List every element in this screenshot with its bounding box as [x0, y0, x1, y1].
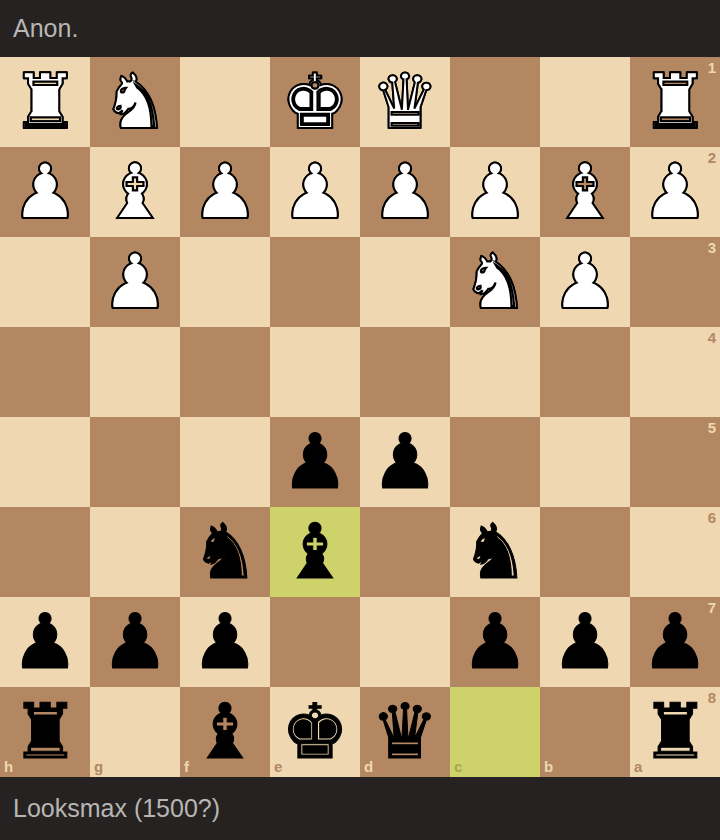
square-c7[interactable]: ♟ [450, 597, 540, 687]
white-pawn[interactable]: ♟ [180, 147, 270, 237]
white-rook[interactable]: ♜ [0, 57, 90, 147]
black-pawn[interactable]: ♟ [270, 417, 360, 507]
white-king[interactable]: ♚ [270, 57, 360, 147]
white-pawn[interactable]: ♟ [450, 147, 540, 237]
square-a8[interactable]: ♜8a [630, 687, 720, 777]
square-c2[interactable]: ♟ [450, 147, 540, 237]
black-king[interactable]: ♚ [270, 687, 360, 777]
white-pawn[interactable]: ♟ [360, 147, 450, 237]
bottom-player-name: Looksmax (1500?) [13, 794, 220, 823]
square-d6[interactable] [360, 507, 450, 597]
square-g3[interactable]: ♟ [90, 237, 180, 327]
square-e6[interactable]: ♝ [270, 507, 360, 597]
rank-label-6: 6 [708, 510, 716, 525]
square-b4[interactable] [540, 327, 630, 417]
square-d2[interactable]: ♟ [360, 147, 450, 237]
rank-label-5: 5 [708, 420, 716, 435]
square-h1[interactable]: ♜ [0, 57, 90, 147]
white-knight[interactable]: ♞ [450, 237, 540, 327]
square-g7[interactable]: ♟ [90, 597, 180, 687]
file-label-c: c [454, 759, 462, 774]
square-a1[interactable]: ♜1 [630, 57, 720, 147]
file-label-g: g [94, 759, 103, 774]
square-g4[interactable] [90, 327, 180, 417]
white-bishop[interactable]: ♝ [90, 147, 180, 237]
square-h2[interactable]: ♟ [0, 147, 90, 237]
black-pawn[interactable]: ♟ [630, 597, 720, 687]
black-queen[interactable]: ♛ [360, 687, 450, 777]
black-pawn[interactable]: ♟ [180, 597, 270, 687]
black-pawn[interactable]: ♟ [540, 597, 630, 687]
square-h3[interactable] [0, 237, 90, 327]
square-a6[interactable]: 6 [630, 507, 720, 597]
square-h6[interactable] [0, 507, 90, 597]
square-h5[interactable] [0, 417, 90, 507]
square-f5[interactable] [180, 417, 270, 507]
square-c8[interactable]: c [450, 687, 540, 777]
app: Anon. ♜♞♚♛♜1♟♝♟♟♟♟♝♟2♟♞♟34♟♟5♞♝♞6♟♟♟♟♟♟7… [0, 0, 720, 840]
white-bishop[interactable]: ♝ [540, 147, 630, 237]
square-g2[interactable]: ♝ [90, 147, 180, 237]
square-b1[interactable] [540, 57, 630, 147]
square-c6[interactable]: ♞ [450, 507, 540, 597]
square-g5[interactable] [90, 417, 180, 507]
square-a7[interactable]: ♟7 [630, 597, 720, 687]
square-h4[interactable] [0, 327, 90, 417]
bottom-player-bar: Looksmax (1500?) [0, 777, 720, 840]
square-g1[interactable]: ♞ [90, 57, 180, 147]
square-f3[interactable] [180, 237, 270, 327]
black-bishop[interactable]: ♝ [180, 687, 270, 777]
square-b5[interactable] [540, 417, 630, 507]
square-f2[interactable]: ♟ [180, 147, 270, 237]
square-b7[interactable]: ♟ [540, 597, 630, 687]
white-pawn[interactable]: ♟ [540, 237, 630, 327]
square-b3[interactable]: ♟ [540, 237, 630, 327]
black-pawn[interactable]: ♟ [360, 417, 450, 507]
black-bishop[interactable]: ♝ [270, 507, 360, 597]
square-c3[interactable]: ♞ [450, 237, 540, 327]
square-a4[interactable]: 4 [630, 327, 720, 417]
square-d7[interactable] [360, 597, 450, 687]
white-pawn[interactable]: ♟ [630, 147, 720, 237]
file-label-b: b [544, 759, 553, 774]
square-e1[interactable]: ♚ [270, 57, 360, 147]
top-player-bar: Anon. [0, 0, 720, 57]
square-h8[interactable]: ♜h [0, 687, 90, 777]
square-b8[interactable]: b [540, 687, 630, 777]
square-c5[interactable] [450, 417, 540, 507]
white-pawn[interactable]: ♟ [0, 147, 90, 237]
square-d5[interactable]: ♟ [360, 417, 450, 507]
square-f1[interactable] [180, 57, 270, 147]
square-h7[interactable]: ♟ [0, 597, 90, 687]
white-rook[interactable]: ♜ [630, 57, 720, 147]
square-e4[interactable] [270, 327, 360, 417]
square-f6[interactable]: ♞ [180, 507, 270, 597]
square-f4[interactable] [180, 327, 270, 417]
square-d3[interactable] [360, 237, 450, 327]
black-rook[interactable]: ♜ [0, 687, 90, 777]
square-b6[interactable] [540, 507, 630, 597]
white-queen[interactable]: ♛ [360, 57, 450, 147]
black-knight[interactable]: ♞ [180, 507, 270, 597]
square-d1[interactable]: ♛ [360, 57, 450, 147]
black-pawn[interactable]: ♟ [0, 597, 90, 687]
square-a2[interactable]: ♟2 [630, 147, 720, 237]
rank-label-3: 3 [708, 240, 716, 255]
black-knight[interactable]: ♞ [450, 507, 540, 597]
white-knight[interactable]: ♞ [90, 57, 180, 147]
black-rook[interactable]: ♜ [630, 687, 720, 777]
black-pawn[interactable]: ♟ [450, 597, 540, 687]
square-g8[interactable]: g [90, 687, 180, 777]
square-e7[interactable] [270, 597, 360, 687]
square-e2[interactable]: ♟ [270, 147, 360, 237]
square-e3[interactable] [270, 237, 360, 327]
white-pawn[interactable]: ♟ [90, 237, 180, 327]
square-d4[interactable] [360, 327, 450, 417]
square-a5[interactable]: 5 [630, 417, 720, 507]
white-pawn[interactable]: ♟ [270, 147, 360, 237]
square-f7[interactable]: ♟ [180, 597, 270, 687]
square-c4[interactable] [450, 327, 540, 417]
square-d8[interactable]: ♛d [360, 687, 450, 777]
square-b2[interactable]: ♝ [540, 147, 630, 237]
square-c1[interactable] [450, 57, 540, 147]
square-g6[interactable] [90, 507, 180, 597]
chess-board[interactable]: ♜♞♚♛♜1♟♝♟♟♟♟♝♟2♟♞♟34♟♟5♞♝♞6♟♟♟♟♟♟7♜hg♝f♚… [0, 57, 720, 777]
rank-label-4: 4 [708, 330, 716, 345]
square-a3[interactable]: 3 [630, 237, 720, 327]
black-pawn[interactable]: ♟ [90, 597, 180, 687]
square-e5[interactable]: ♟ [270, 417, 360, 507]
top-player-name: Anon. [13, 14, 78, 43]
square-f8[interactable]: ♝f [180, 687, 270, 777]
square-e8[interactable]: ♚e [270, 687, 360, 777]
